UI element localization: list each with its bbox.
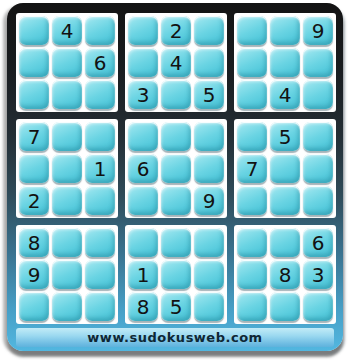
cell-r3c3[interactable] bbox=[85, 80, 115, 109]
box-8: 185 bbox=[125, 225, 227, 324]
box-5: 69 bbox=[125, 119, 227, 218]
cell-r4c1[interactable]: 7 bbox=[19, 122, 49, 151]
cell-r6c2[interactable] bbox=[52, 186, 82, 215]
cell-r5c3[interactable]: 1 bbox=[85, 154, 115, 183]
cell-r1c5[interactable]: 2 bbox=[161, 16, 191, 45]
cell-r7c9[interactable]: 6 bbox=[303, 228, 333, 257]
cell-r8c6[interactable] bbox=[194, 260, 224, 289]
cell-r6c3[interactable] bbox=[85, 186, 115, 215]
cell-r9c3[interactable] bbox=[85, 292, 115, 321]
box-7: 89 bbox=[16, 225, 118, 324]
cell-r9c4[interactable]: 8 bbox=[128, 292, 158, 321]
cell-r7c1[interactable]: 8 bbox=[19, 228, 49, 257]
cell-r8c1[interactable]: 9 bbox=[19, 260, 49, 289]
cell-r8c4[interactable]: 1 bbox=[128, 260, 158, 289]
cell-r7c3[interactable] bbox=[85, 228, 115, 257]
cell-r1c1[interactable] bbox=[19, 16, 49, 45]
cell-r5c9[interactable] bbox=[303, 154, 333, 183]
cell-r5c2[interactable] bbox=[52, 154, 82, 183]
cell-r4c5[interactable] bbox=[161, 122, 191, 151]
cell-r5c1[interactable] bbox=[19, 154, 49, 183]
cell-r8c7[interactable] bbox=[237, 260, 267, 289]
cell-r9c2[interactable] bbox=[52, 292, 82, 321]
cell-r1c2[interactable]: 4 bbox=[52, 16, 82, 45]
cell-r4c6[interactable] bbox=[194, 122, 224, 151]
cell-r8c2[interactable] bbox=[52, 260, 82, 289]
website-link[interactable]: www.sudokusweb.com bbox=[16, 328, 334, 347]
cell-r2c5[interactable]: 4 bbox=[161, 48, 191, 77]
cell-r4c3[interactable] bbox=[85, 122, 115, 151]
cell-r2c6[interactable] bbox=[194, 48, 224, 77]
box-4: 712 bbox=[16, 119, 118, 218]
cell-r1c8[interactable] bbox=[270, 16, 300, 45]
cell-r2c2[interactable] bbox=[52, 48, 82, 77]
cell-r5c5[interactable] bbox=[161, 154, 191, 183]
cell-r6c6[interactable]: 9 bbox=[194, 186, 224, 215]
cell-r1c4[interactable] bbox=[128, 16, 158, 45]
box-6: 57 bbox=[234, 119, 336, 218]
cell-r6c5[interactable] bbox=[161, 186, 191, 215]
box-1: 46 bbox=[16, 13, 118, 112]
sudoku-screenshot: 46243594712695789185683 www.sudokusweb.c… bbox=[0, 0, 350, 360]
cell-r3c4[interactable]: 3 bbox=[128, 80, 158, 109]
cell-r9c7[interactable] bbox=[237, 292, 267, 321]
cell-r4c2[interactable] bbox=[52, 122, 82, 151]
cell-r9c1[interactable] bbox=[19, 292, 49, 321]
cell-r7c2[interactable] bbox=[52, 228, 82, 257]
cell-r7c4[interactable] bbox=[128, 228, 158, 257]
cell-r2c8[interactable] bbox=[270, 48, 300, 77]
cell-r9c8[interactable] bbox=[270, 292, 300, 321]
cell-r5c6[interactable] bbox=[194, 154, 224, 183]
cell-r2c9[interactable] bbox=[303, 48, 333, 77]
cell-r7c6[interactable] bbox=[194, 228, 224, 257]
cell-r6c1[interactable]: 2 bbox=[19, 186, 49, 215]
cell-r7c7[interactable] bbox=[237, 228, 267, 257]
cell-r3c8[interactable]: 4 bbox=[270, 80, 300, 109]
sudoku-frame: 46243594712695789185683 www.sudokusweb.c… bbox=[7, 3, 343, 351]
cell-r6c8[interactable] bbox=[270, 186, 300, 215]
cell-r5c4[interactable]: 6 bbox=[128, 154, 158, 183]
sudoku-board: 46243594712695789185683 bbox=[16, 13, 336, 324]
cell-r9c6[interactable] bbox=[194, 292, 224, 321]
cell-r9c5[interactable]: 5 bbox=[161, 292, 191, 321]
cell-r3c6[interactable]: 5 bbox=[194, 80, 224, 109]
cell-r3c5[interactable] bbox=[161, 80, 191, 109]
cell-r8c9[interactable]: 3 bbox=[303, 260, 333, 289]
cell-r8c3[interactable] bbox=[85, 260, 115, 289]
cell-r1c7[interactable] bbox=[237, 16, 267, 45]
cell-r4c9[interactable] bbox=[303, 122, 333, 151]
cell-r1c6[interactable] bbox=[194, 16, 224, 45]
cell-r7c5[interactable] bbox=[161, 228, 191, 257]
cell-r9c9[interactable] bbox=[303, 292, 333, 321]
cell-r3c7[interactable] bbox=[237, 80, 267, 109]
cell-r3c9[interactable] bbox=[303, 80, 333, 109]
cell-r1c9[interactable]: 9 bbox=[303, 16, 333, 45]
cell-r4c4[interactable] bbox=[128, 122, 158, 151]
cell-r1c3[interactable] bbox=[85, 16, 115, 45]
cell-r2c4[interactable] bbox=[128, 48, 158, 77]
box-9: 683 bbox=[234, 225, 336, 324]
box-2: 2435 bbox=[125, 13, 227, 112]
cell-r6c4[interactable] bbox=[128, 186, 158, 215]
cell-r8c5[interactable] bbox=[161, 260, 191, 289]
cell-r2c7[interactable] bbox=[237, 48, 267, 77]
cell-r3c2[interactable] bbox=[52, 80, 82, 109]
box-3: 94 bbox=[234, 13, 336, 112]
cell-r3c1[interactable] bbox=[19, 80, 49, 109]
cell-r8c8[interactable]: 8 bbox=[270, 260, 300, 289]
cell-r4c8[interactable]: 5 bbox=[270, 122, 300, 151]
cell-r5c8[interactable] bbox=[270, 154, 300, 183]
cell-r2c1[interactable] bbox=[19, 48, 49, 77]
cell-r7c8[interactable] bbox=[270, 228, 300, 257]
cell-r2c3[interactable]: 6 bbox=[85, 48, 115, 77]
cell-r5c7[interactable]: 7 bbox=[237, 154, 267, 183]
cell-r6c7[interactable] bbox=[237, 186, 267, 215]
cell-r4c7[interactable] bbox=[237, 122, 267, 151]
cell-r6c9[interactable] bbox=[303, 186, 333, 215]
